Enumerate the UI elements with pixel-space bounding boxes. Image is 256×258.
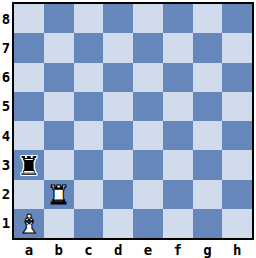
square-e8[interactable] (133, 4, 163, 33)
square-f5[interactable] (163, 92, 193, 121)
square-f7[interactable] (163, 33, 193, 62)
piece-black-rook-a3[interactable]: ♜ (17, 153, 40, 179)
piece-white-bishop-a1[interactable]: ♝ (17, 211, 40, 237)
square-d3[interactable] (103, 150, 133, 179)
square-d6[interactable] (103, 63, 133, 92)
square-b5[interactable] (44, 92, 74, 121)
file-label-d: d (103, 241, 133, 258)
square-b2[interactable]: ♜ (44, 180, 74, 209)
file-label-a: a (14, 241, 44, 258)
square-f2[interactable] (163, 180, 193, 209)
square-c7[interactable] (74, 33, 104, 62)
chess-diagram: 87654321 ♜♜♝ abcdefgh (0, 0, 256, 258)
file-label-h: h (222, 241, 252, 258)
square-e1[interactable] (133, 209, 163, 238)
rank-label-5: 5 (0, 92, 12, 121)
square-b4[interactable] (44, 121, 74, 150)
square-g2[interactable] (193, 180, 223, 209)
square-e2[interactable] (133, 180, 163, 209)
square-d8[interactable] (103, 4, 133, 33)
file-label-f: f (163, 241, 193, 258)
rank-label-2: 2 (0, 180, 12, 209)
rank-label-4: 4 (0, 121, 12, 150)
square-a1[interactable]: ♝ (14, 209, 44, 238)
square-e4[interactable] (133, 121, 163, 150)
rank-label-8: 8 (0, 4, 12, 33)
square-b7[interactable] (44, 33, 74, 62)
square-f8[interactable] (163, 4, 193, 33)
square-b6[interactable] (44, 63, 74, 92)
square-b8[interactable] (44, 4, 74, 33)
square-a3[interactable]: ♜ (14, 150, 44, 179)
square-c1[interactable] (74, 209, 104, 238)
square-f1[interactable] (163, 209, 193, 238)
piece-white-rook-b2[interactable]: ♜ (47, 182, 70, 208)
file-label-e: e (133, 241, 163, 258)
square-a7[interactable] (14, 33, 44, 62)
square-d1[interactable] (103, 209, 133, 238)
square-h3[interactable] (222, 150, 252, 179)
square-g6[interactable] (193, 63, 223, 92)
rank-label-6: 6 (0, 63, 12, 92)
square-a8[interactable] (14, 4, 44, 33)
square-c6[interactable] (74, 63, 104, 92)
square-e6[interactable] (133, 63, 163, 92)
square-h7[interactable] (222, 33, 252, 62)
square-g8[interactable] (193, 4, 223, 33)
rank-labels: 87654321 (0, 4, 12, 238)
square-e3[interactable] (133, 150, 163, 179)
square-h2[interactable] (222, 180, 252, 209)
square-a6[interactable] (14, 63, 44, 92)
square-a2[interactable] (14, 180, 44, 209)
square-h4[interactable] (222, 121, 252, 150)
file-label-g: g (193, 241, 223, 258)
square-c8[interactable] (74, 4, 104, 33)
board[interactable]: ♜♜♝ (12, 2, 254, 240)
square-f4[interactable] (163, 121, 193, 150)
square-h6[interactable] (222, 63, 252, 92)
square-d5[interactable] (103, 92, 133, 121)
square-d2[interactable] (103, 180, 133, 209)
square-f3[interactable] (163, 150, 193, 179)
file-label-c: c (74, 241, 104, 258)
square-g4[interactable] (193, 121, 223, 150)
square-g3[interactable] (193, 150, 223, 179)
square-d7[interactable] (103, 33, 133, 62)
square-g1[interactable] (193, 209, 223, 238)
square-c5[interactable] (74, 92, 104, 121)
square-h1[interactable] (222, 209, 252, 238)
square-b3[interactable] (44, 150, 74, 179)
file-labels: abcdefgh (14, 241, 252, 258)
square-b1[interactable] (44, 209, 74, 238)
rank-label-7: 7 (0, 33, 12, 62)
square-d4[interactable] (103, 121, 133, 150)
square-c3[interactable] (74, 150, 104, 179)
square-f6[interactable] (163, 63, 193, 92)
file-label-b: b (44, 241, 74, 258)
square-c4[interactable] (74, 121, 104, 150)
square-g5[interactable] (193, 92, 223, 121)
square-a5[interactable] (14, 92, 44, 121)
square-g7[interactable] (193, 33, 223, 62)
square-a4[interactable] (14, 121, 44, 150)
rank-label-1: 1 (0, 209, 12, 238)
square-h5[interactable] (222, 92, 252, 121)
square-c2[interactable] (74, 180, 104, 209)
square-h8[interactable] (222, 4, 252, 33)
square-e5[interactable] (133, 92, 163, 121)
square-e7[interactable] (133, 33, 163, 62)
rank-label-3: 3 (0, 150, 12, 179)
